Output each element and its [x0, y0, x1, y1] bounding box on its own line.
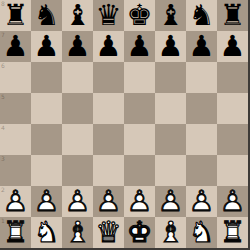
- piece-white-rook-outline: ♖: [0, 217, 31, 248]
- piece-white-pawn-outline: ♙: [186, 186, 217, 217]
- piece-black-bishop[interactable]: ♝: [155, 0, 186, 31]
- square-a4[interactable]: 4: [0, 124, 31, 155]
- piece-white-pawn-outline: ♙: [124, 186, 155, 217]
- square-f1[interactable]: ♝♗: [155, 217, 186, 248]
- square-h1[interactable]: ♜♖: [217, 217, 248, 248]
- square-b3[interactable]: [31, 155, 62, 186]
- piece-black-bishop[interactable]: ♝: [62, 0, 93, 31]
- square-e1[interactable]: ♚♔: [124, 217, 155, 248]
- square-c8[interactable]: ♝: [62, 0, 93, 31]
- square-e7[interactable]: ♟: [124, 31, 155, 62]
- square-h2[interactable]: ♟♙: [217, 186, 248, 217]
- piece-white-rook-outline: ♖: [217, 217, 248, 248]
- square-c1[interactable]: ♝♗: [62, 217, 93, 248]
- piece-black-pawn[interactable]: ♟: [62, 31, 93, 62]
- square-h8[interactable]: ♜: [217, 0, 248, 31]
- piece-white-bishop-outline: ♗: [155, 217, 186, 248]
- square-b1[interactable]: ♞♘: [31, 217, 62, 248]
- piece-black-king[interactable]: ♚: [124, 0, 155, 31]
- piece-white-pawn-outline: ♙: [155, 186, 186, 217]
- piece-black-knight[interactable]: ♞: [31, 0, 62, 31]
- square-g2[interactable]: ♟♙: [186, 186, 217, 217]
- square-a3[interactable]: 3: [0, 155, 31, 186]
- square-a6[interactable]: 6: [0, 62, 31, 93]
- piece-white-king-outline: ♔: [124, 217, 155, 248]
- square-h7[interactable]: ♟: [217, 31, 248, 62]
- square-d5[interactable]: [93, 93, 124, 124]
- square-h5[interactable]: [217, 93, 248, 124]
- piece-white-knight-outline: ♘: [186, 217, 217, 248]
- piece-white-pawn-outline: ♙: [93, 186, 124, 217]
- square-h3[interactable]: [217, 155, 248, 186]
- square-d7[interactable]: ♟: [93, 31, 124, 62]
- piece-black-pawn[interactable]: ♟: [186, 31, 217, 62]
- piece-black-pawn[interactable]: ♟: [124, 31, 155, 62]
- square-b2[interactable]: ♟♙: [31, 186, 62, 217]
- square-d3[interactable]: [93, 155, 124, 186]
- piece-black-pawn[interactable]: ♟: [31, 31, 62, 62]
- square-h4[interactable]: [217, 124, 248, 155]
- square-f4[interactable]: [155, 124, 186, 155]
- rank-label-3: 3: [1, 155, 5, 162]
- square-e4[interactable]: [124, 124, 155, 155]
- square-e5[interactable]: [124, 93, 155, 124]
- rank-label-6: 6: [1, 62, 5, 69]
- chess-app-window: 8♜♞♝♛♚♝♞♜7♟♟♟♟♟♟♟♟65432♟♙♟♙♟♙♟♙♟♙♟♙♟♙♟♙1…: [0, 0, 250, 250]
- square-c2[interactable]: ♟♙: [62, 186, 93, 217]
- piece-white-pawn-outline: ♙: [62, 186, 93, 217]
- piece-black-pawn[interactable]: ♟: [155, 31, 186, 62]
- square-a1[interactable]: 1♜♖: [0, 217, 31, 248]
- piece-white-queen-outline: ♕: [93, 217, 124, 248]
- square-c7[interactable]: ♟: [62, 31, 93, 62]
- square-e8[interactable]: ♚: [124, 0, 155, 31]
- chess-board: 8♜♞♝♛♚♝♞♜7♟♟♟♟♟♟♟♟65432♟♙♟♙♟♙♟♙♟♙♟♙♟♙♟♙1…: [0, 0, 250, 250]
- square-h6[interactable]: [217, 62, 248, 93]
- piece-white-pawn-outline: ♙: [217, 186, 248, 217]
- square-d6[interactable]: [93, 62, 124, 93]
- square-f5[interactable]: [155, 93, 186, 124]
- square-d4[interactable]: [93, 124, 124, 155]
- piece-black-rook[interactable]: ♜: [217, 0, 248, 31]
- square-g4[interactable]: [186, 124, 217, 155]
- piece-white-pawn-outline: ♙: [0, 186, 31, 217]
- square-b5[interactable]: [31, 93, 62, 124]
- square-g3[interactable]: [186, 155, 217, 186]
- square-e3[interactable]: [124, 155, 155, 186]
- square-f8[interactable]: ♝: [155, 0, 186, 31]
- square-d1[interactable]: ♛♕: [93, 217, 124, 248]
- square-c5[interactable]: [62, 93, 93, 124]
- square-d8[interactable]: ♛: [93, 0, 124, 31]
- rank-label-5: 5: [1, 93, 5, 100]
- piece-black-rook[interactable]: ♜: [0, 0, 31, 31]
- square-g6[interactable]: [186, 62, 217, 93]
- square-a5[interactable]: 5: [0, 93, 31, 124]
- piece-black-pawn[interactable]: ♟: [0, 31, 31, 62]
- square-a8[interactable]: 8♜: [0, 0, 31, 31]
- piece-black-pawn[interactable]: ♟: [93, 31, 124, 62]
- piece-white-bishop-outline: ♗: [62, 217, 93, 248]
- square-b7[interactable]: ♟: [31, 31, 62, 62]
- square-f6[interactable]: [155, 62, 186, 93]
- piece-white-pawn-outline: ♙: [31, 186, 62, 217]
- square-c4[interactable]: [62, 124, 93, 155]
- square-a7[interactable]: 7♟: [0, 31, 31, 62]
- piece-black-knight[interactable]: ♞: [186, 0, 217, 31]
- piece-black-pawn[interactable]: ♟: [217, 31, 248, 62]
- square-c6[interactable]: [62, 62, 93, 93]
- square-g7[interactable]: ♟: [186, 31, 217, 62]
- square-e2[interactable]: ♟♙: [124, 186, 155, 217]
- square-e6[interactable]: [124, 62, 155, 93]
- rank-label-4: 4: [1, 124, 5, 131]
- square-g8[interactable]: ♞: [186, 0, 217, 31]
- square-d2[interactable]: ♟♙: [93, 186, 124, 217]
- square-a2[interactable]: 2♟♙: [0, 186, 31, 217]
- square-f2[interactable]: ♟♙: [155, 186, 186, 217]
- square-g5[interactable]: [186, 93, 217, 124]
- square-f7[interactable]: ♟: [155, 31, 186, 62]
- square-c3[interactable]: [62, 155, 93, 186]
- piece-black-queen[interactable]: ♛: [93, 0, 124, 31]
- piece-white-knight-outline: ♘: [31, 217, 62, 248]
- square-g1[interactable]: ♞♘: [186, 217, 217, 248]
- square-b6[interactable]: [31, 62, 62, 93]
- square-b8[interactable]: ♞: [31, 0, 62, 31]
- square-f3[interactable]: [155, 155, 186, 186]
- square-b4[interactable]: [31, 124, 62, 155]
